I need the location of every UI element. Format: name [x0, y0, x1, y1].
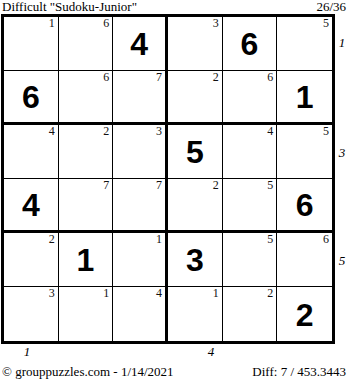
given-digit: 6	[4, 71, 58, 122]
pencil-mark: 6	[267, 70, 273, 84]
pencil-mark: 6	[323, 232, 329, 246]
cell-r5c4[interactable]: 3	[168, 233, 223, 287]
cell-r6c5[interactable]: 2	[223, 287, 278, 341]
given-digit: 3	[168, 233, 222, 286]
difficulty-text: Diff: 7 / 453.3443	[252, 364, 346, 379]
pencil-mark: 5	[323, 16, 329, 30]
cell-r6c1[interactable]: 3	[4, 287, 59, 341]
cell-r4c5[interactable]: 5	[223, 179, 278, 233]
pencil-mark: 2	[103, 124, 109, 138]
cell-r3c3[interactable]: 3	[113, 125, 168, 179]
pencil-mark: 6	[103, 16, 109, 30]
pencil-mark: 4	[49, 124, 55, 138]
pencil-mark: 4	[156, 286, 162, 300]
cell-r4c6[interactable]: 6	[277, 179, 332, 233]
given-digit: 6	[277, 179, 332, 230]
cell-r2c1[interactable]: 6	[4, 71, 59, 125]
pencil-mark: 3	[49, 286, 55, 300]
cell-r5c3[interactable]: 1	[113, 233, 168, 287]
cell-r6c6[interactable]: 2	[277, 287, 332, 341]
row-label-1: 1	[337, 36, 347, 50]
given-digit: 1	[277, 71, 332, 122]
cell-r2c6[interactable]: 1	[277, 71, 332, 125]
cell-r1c1[interactable]: 1	[4, 17, 59, 71]
pencil-mark: 7	[156, 178, 162, 192]
pencil-mark: 2	[49, 232, 55, 246]
pencil-mark: 5	[267, 232, 273, 246]
cell-r3c1[interactable]: 4	[4, 125, 59, 179]
cell-r1c4[interactable]: 3	[168, 17, 223, 71]
pencil-mark: 2	[213, 70, 219, 84]
cell-r2c4[interactable]: 2	[168, 71, 223, 125]
cell-r1c6[interactable]: 5	[277, 17, 332, 71]
pencil-mark: 2	[213, 178, 219, 192]
cell-r3c6[interactable]: 5	[277, 125, 332, 179]
row-label-5: 5	[337, 254, 347, 268]
cell-r5c6[interactable]: 6	[277, 233, 332, 287]
pencil-mark: 1	[213, 286, 219, 300]
pencil-mark: 5	[267, 178, 273, 192]
cell-r3c5[interactable]: 4	[223, 125, 278, 179]
cell-r1c5[interactable]: 6	[223, 17, 278, 71]
pencil-mark: 7	[156, 70, 162, 84]
pencil-mark: 1	[156, 232, 162, 246]
cell-r3c4[interactable]: 5	[168, 125, 223, 179]
pencil-mark: 3	[156, 124, 162, 138]
pencil-mark: 1	[49, 16, 55, 30]
copyright-text: © grouppuzzles.com - 1/14/2021	[2, 364, 174, 379]
pencil-mark: 2	[267, 286, 273, 300]
cell-r5c2[interactable]: 1	[59, 233, 114, 287]
col-label-1: 1	[21, 345, 33, 359]
cell-r6c2[interactable]: 1	[59, 287, 114, 341]
puzzle-title: Difficult "Sudoku-Junior"	[2, 0, 137, 14]
cell-r5c1[interactable]: 2	[4, 233, 59, 287]
cell-r2c2[interactable]: 6	[59, 71, 114, 125]
cell-r1c3[interactable]: 4	[113, 17, 168, 71]
cell-r1c2[interactable]: 6	[59, 17, 114, 71]
puzzle-counter: 26/36	[316, 0, 346, 14]
given-digit: 4	[113, 17, 165, 70]
col-label-4: 4	[205, 345, 217, 359]
pencil-mark: 3	[213, 16, 219, 30]
given-digit: 4	[4, 179, 58, 230]
cell-r2c5[interactable]: 6	[223, 71, 278, 125]
cell-r4c1[interactable]: 4	[4, 179, 59, 233]
cell-r4c2[interactable]: 7	[59, 179, 114, 233]
cell-r4c3[interactable]: 7	[113, 179, 168, 233]
cell-r5c5[interactable]: 5	[223, 233, 278, 287]
cell-r2c3[interactable]: 7	[113, 71, 168, 125]
row-label-3: 3	[337, 146, 347, 160]
cell-r6c4[interactable]: 1	[168, 287, 223, 341]
given-digit: 6	[223, 17, 277, 70]
pencil-mark: 7	[103, 178, 109, 192]
given-digit: 1	[59, 233, 113, 286]
cell-r6c3[interactable]: 4	[113, 287, 168, 341]
pencil-mark: 5	[323, 124, 329, 138]
sudoku-board: 164365667261423545477256211356314122	[1, 14, 335, 344]
given-digit: 5	[168, 125, 222, 178]
given-digit: 2	[277, 287, 332, 341]
cell-r3c2[interactable]: 2	[59, 125, 114, 179]
puzzle-page: Difficult "Sudoku-Junior" 26/36 16436566…	[0, 0, 347, 381]
cell-r4c4[interactable]: 2	[168, 179, 223, 233]
pencil-mark: 4	[267, 124, 273, 138]
pencil-mark: 1	[103, 286, 109, 300]
pencil-mark: 6	[103, 70, 109, 84]
